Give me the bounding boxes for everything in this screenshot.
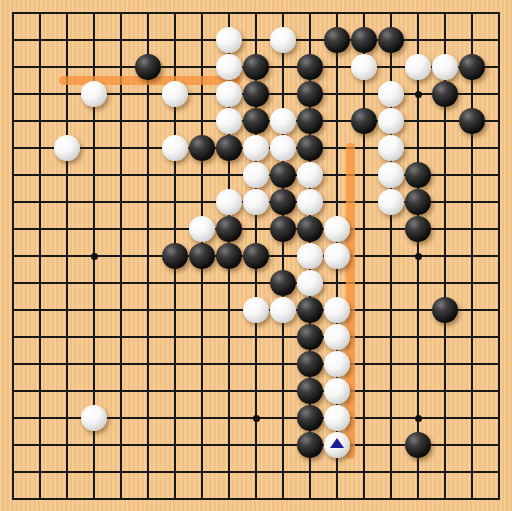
- stone-black: [297, 432, 323, 458]
- stone-black: [405, 432, 431, 458]
- stone-white: [297, 270, 323, 296]
- stone-black: [297, 405, 323, 431]
- stone-black: [297, 378, 323, 404]
- stone-white: [216, 189, 242, 215]
- stone-black: [243, 81, 269, 107]
- stone-black: [297, 351, 323, 377]
- grid-line-horizontal: [12, 363, 500, 365]
- stone-white: [270, 27, 296, 53]
- stone-white: [378, 108, 404, 134]
- stone-white: [324, 378, 350, 404]
- stone-black: [459, 108, 485, 134]
- stone-white: [324, 243, 350, 269]
- stone-white: [243, 162, 269, 188]
- go-board[interactable]: [0, 0, 512, 511]
- stone-white: [270, 297, 296, 323]
- stone-black: [405, 189, 431, 215]
- stone-black: [297, 216, 323, 242]
- stone-white: [378, 135, 404, 161]
- stone-black: [216, 135, 242, 161]
- stone-black: [432, 81, 458, 107]
- stone-black: [189, 135, 215, 161]
- stone-white: [405, 54, 431, 80]
- star-point: [415, 253, 422, 260]
- grid-line-vertical: [498, 12, 500, 500]
- stone-white: [324, 405, 350, 431]
- stone-white: [297, 162, 323, 188]
- stone-black: [459, 54, 485, 80]
- stone-black: [216, 216, 242, 242]
- stone-black: [297, 108, 323, 134]
- stone-white: [351, 54, 377, 80]
- stone-white: [216, 27, 242, 53]
- stone-black: [378, 27, 404, 53]
- stone-black: [405, 216, 431, 242]
- star-point: [415, 91, 422, 98]
- stone-black: [297, 54, 323, 80]
- star-point: [415, 415, 422, 422]
- stone-white: [324, 216, 350, 242]
- stone-white: [270, 108, 296, 134]
- grid-line-vertical: [471, 12, 473, 500]
- stone-white: [216, 108, 242, 134]
- grid-line-horizontal: [12, 390, 500, 392]
- stone-black: [189, 243, 215, 269]
- stone-white: [81, 81, 107, 107]
- stone-white: [324, 297, 350, 323]
- stone-black: [351, 108, 377, 134]
- star-point: [253, 415, 260, 422]
- stone-white: [297, 189, 323, 215]
- stone-white: [270, 135, 296, 161]
- grid-line-horizontal: [12, 498, 500, 500]
- grid-line-horizontal: [12, 336, 500, 338]
- triangle-marker: [330, 438, 344, 448]
- stone-black: [162, 243, 188, 269]
- stone-black: [297, 81, 323, 107]
- stone-white: [54, 135, 80, 161]
- stone-white: [243, 297, 269, 323]
- stone-black: [297, 324, 323, 350]
- stone-black: [243, 108, 269, 134]
- stone-black: [270, 189, 296, 215]
- grid-line-horizontal: [12, 282, 500, 284]
- stone-black: [270, 216, 296, 242]
- stone-black: [351, 27, 377, 53]
- stone-white: [216, 81, 242, 107]
- stone-white: [162, 81, 188, 107]
- stone-white: [189, 216, 215, 242]
- stone-white: [216, 54, 242, 80]
- stone-black: [405, 162, 431, 188]
- star-point: [91, 253, 98, 260]
- screenshot-stage: [0, 0, 512, 511]
- stone-black: [297, 297, 323, 323]
- grid-line-vertical: [282, 12, 284, 500]
- stone-white: [324, 324, 350, 350]
- stone-white: [432, 54, 458, 80]
- stone-white: [243, 189, 269, 215]
- stone-white: [378, 81, 404, 107]
- stone-black: [324, 27, 350, 53]
- grid-line-horizontal: [12, 471, 500, 473]
- stone-white: [378, 162, 404, 188]
- stone-black: [243, 54, 269, 80]
- stone-white: [324, 351, 350, 377]
- stone-black: [243, 243, 269, 269]
- stone-white: [81, 405, 107, 431]
- grid-line-vertical: [363, 12, 365, 500]
- stone-white: [378, 189, 404, 215]
- stone-black: [270, 162, 296, 188]
- stone-black: [216, 243, 242, 269]
- stone-white: [162, 135, 188, 161]
- stone-black: [432, 297, 458, 323]
- stone-black: [270, 270, 296, 296]
- stone-white: [243, 135, 269, 161]
- stone-black: [297, 135, 323, 161]
- stone-black: [135, 54, 161, 80]
- stone-white: [297, 243, 323, 269]
